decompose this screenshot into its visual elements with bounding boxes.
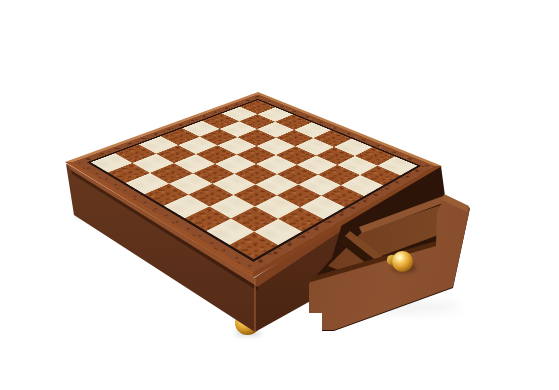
photo-caption: Overhead perspective photo of an empty b… — [0, 0, 1, 1]
drawer-knob — [392, 251, 413, 272]
product-photo: Overhead perspective photo of an empty b… — [0, 0, 559, 390]
